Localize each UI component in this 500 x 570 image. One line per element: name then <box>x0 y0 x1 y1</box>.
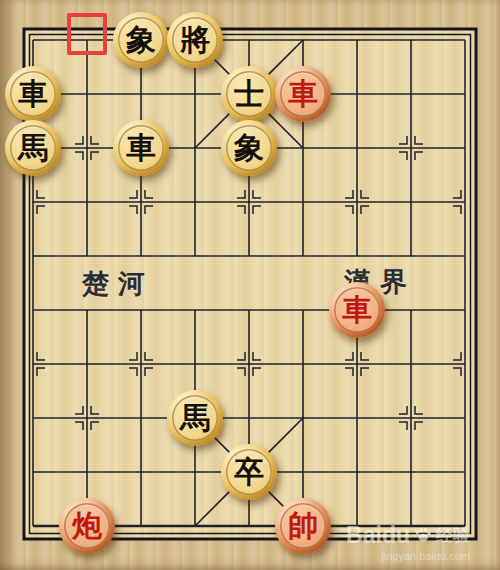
watermark: Baidu 经验 jingyan.baidu.com <box>346 523 470 562</box>
piece-black-advisor[interactable]: 士 <box>221 66 277 122</box>
piece-face: 象 <box>118 17 164 63</box>
piece-black-chariot[interactable]: 車 <box>5 66 61 122</box>
piece-character: 象 <box>126 25 156 55</box>
baidu-logo-text: Baidu <box>346 523 410 548</box>
piece-face: 車 <box>334 287 380 333</box>
piece-character: 卒 <box>234 457 264 487</box>
baidu-paw-icon <box>413 526 433 544</box>
piece-face: 帥 <box>280 503 326 549</box>
piece-face: 車 <box>280 71 326 117</box>
piece-black-chariot[interactable]: 車 <box>113 120 169 176</box>
piece-character: 車 <box>126 133 156 163</box>
piece-red-general[interactable]: 帥 <box>275 498 331 554</box>
baidu-logo-suffix: 经验 <box>436 526 470 545</box>
piece-character: 將 <box>180 25 210 55</box>
watermark-logo-row: Baidu 经验 <box>346 523 470 548</box>
piece-character: 馬 <box>180 403 210 433</box>
piece-red-chariot[interactable]: 車 <box>275 66 331 122</box>
piece-black-general[interactable]: 將 <box>167 12 223 68</box>
piece-face: 車 <box>118 125 164 171</box>
watermark-url: jingyan.baidu.com <box>346 550 470 562</box>
piece-black-elephant[interactable]: 象 <box>221 120 277 176</box>
piece-character: 車 <box>288 79 318 109</box>
piece-face: 車 <box>10 71 56 117</box>
piece-face: 士 <box>226 71 272 117</box>
piece-red-cannon[interactable]: 炮 <box>59 498 115 554</box>
piece-face: 將 <box>172 17 218 63</box>
piece-character: 炮 <box>72 511 102 541</box>
xiangqi-board[interactable]: 楚河 漢界 象將車士車馬車象車馬卒炮帥 Baidu 经验 jingyan.bai… <box>0 0 500 570</box>
piece-face: 炮 <box>64 503 110 549</box>
piece-face: 象 <box>226 125 272 171</box>
piece-character: 車 <box>18 79 48 109</box>
pieces-layer: 象將車士車馬車象車馬卒炮帥 <box>0 0 500 570</box>
piece-character: 車 <box>342 295 372 325</box>
piece-face: 馬 <box>172 395 218 441</box>
piece-character: 士 <box>234 79 264 109</box>
piece-black-soldier[interactable]: 卒 <box>221 444 277 500</box>
piece-character: 帥 <box>288 511 318 541</box>
piece-black-horse[interactable]: 馬 <box>5 120 61 176</box>
piece-red-chariot[interactable]: 車 <box>329 282 385 338</box>
piece-black-elephant[interactable]: 象 <box>113 12 169 68</box>
piece-face: 馬 <box>10 125 56 171</box>
piece-character: 象 <box>234 133 264 163</box>
piece-black-horse[interactable]: 馬 <box>167 390 223 446</box>
piece-face: 卒 <box>226 449 272 495</box>
piece-character: 馬 <box>18 133 48 163</box>
